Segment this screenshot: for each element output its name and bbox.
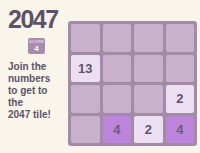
cell-r0-c0 xyxy=(71,24,100,52)
cell-r0-c2 xyxy=(134,24,163,52)
cell-r3-c2-tile-2: 2 xyxy=(134,116,163,144)
game-board[interactable]: 13 2 4 2 4 xyxy=(68,21,197,146)
sidebar: 2047 SCORE 4 Join the numbers to get to … xyxy=(8,4,65,121)
score-badge: SCORE 4 xyxy=(28,38,45,54)
cell-r2-c2 xyxy=(134,85,163,113)
score-value: 4 xyxy=(34,44,38,53)
page-title: 2047 xyxy=(8,4,65,34)
cell-r1-c1 xyxy=(103,55,132,83)
instructions-line-3: to get to the xyxy=(8,85,65,109)
cell-r0-c3 xyxy=(166,24,195,52)
cell-r2-c0 xyxy=(71,85,100,113)
instructions-line-2: numbers xyxy=(8,73,65,85)
cell-r2-c1 xyxy=(103,85,132,113)
cell-r1-c2 xyxy=(134,55,163,83)
cell-r1-c3 xyxy=(166,55,195,83)
cell-r3-c1-tile-4: 4 xyxy=(103,116,132,144)
cell-r3-c3-tile-4: 4 xyxy=(166,116,195,144)
game-page: 2047 SCORE 4 Join the numbers to get to … xyxy=(0,0,200,153)
cell-r3-c0 xyxy=(71,116,100,144)
cell-r2-c3-tile-2: 2 xyxy=(166,85,195,113)
instructions-line-4: 2047 tile! xyxy=(8,109,65,121)
instructions-text: Join the numbers to get to the 2047 tile… xyxy=(8,61,65,121)
cell-r1-c0-tile-13: 13 xyxy=(71,55,100,83)
instructions-line-1: Join the xyxy=(8,61,65,73)
cell-r0-c1 xyxy=(103,24,132,52)
